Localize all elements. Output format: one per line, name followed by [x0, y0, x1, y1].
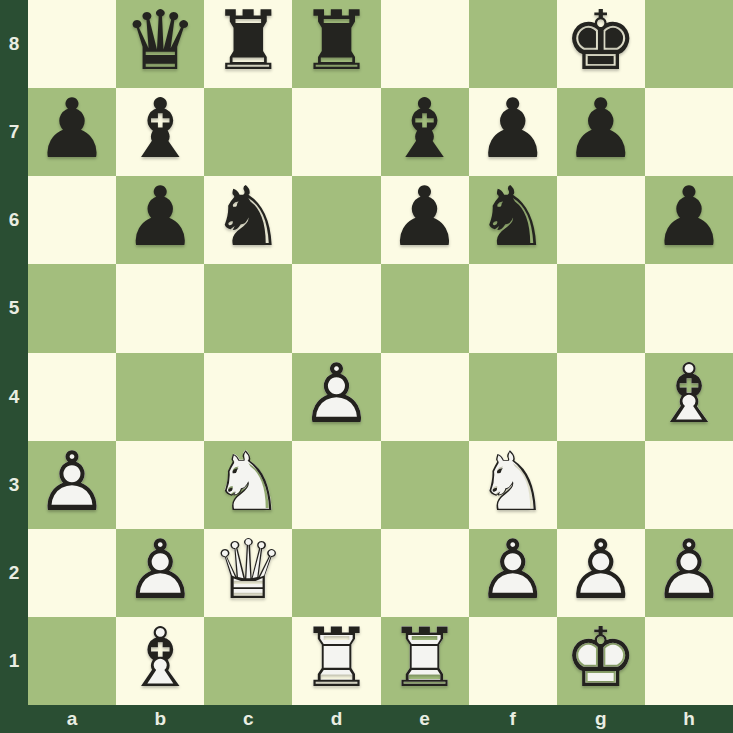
- square-b6[interactable]: ♟: [116, 176, 204, 264]
- black-pawn[interactable]: ♟: [557, 88, 645, 176]
- square-g1[interactable]: ♚♔: [557, 617, 645, 705]
- square-c5[interactable]: [204, 264, 292, 352]
- square-h7[interactable]: [645, 88, 733, 176]
- square-h1[interactable]: [645, 617, 733, 705]
- black-pawn[interactable]: ♟: [116, 176, 204, 264]
- square-b2[interactable]: ♟♙: [116, 529, 204, 617]
- square-c6[interactable]: ♞: [204, 176, 292, 264]
- square-c2[interactable]: ♛♕: [204, 529, 292, 617]
- square-h3[interactable]: [645, 441, 733, 529]
- black-pawn[interactable]: ♟: [381, 176, 469, 264]
- square-b3[interactable]: [116, 441, 204, 529]
- file-label-h: h: [645, 705, 733, 733]
- black-queen-glyph: ♛: [123, 0, 197, 82]
- square-a2[interactable]: [28, 529, 116, 617]
- black-king-glyph: ♚: [564, 0, 638, 82]
- file-label-a: a: [28, 705, 116, 733]
- square-g3[interactable]: [557, 441, 645, 529]
- black-bishop-glyph: ♝: [123, 88, 197, 170]
- black-pawn-glyph: ♟: [652, 176, 726, 258]
- square-g6[interactable]: [557, 176, 645, 264]
- rank-label-2: 2: [0, 529, 28, 617]
- file-label-g: g: [557, 705, 645, 733]
- square-f5[interactable]: [469, 264, 557, 352]
- square-d1[interactable]: ♜♖: [292, 617, 380, 705]
- square-f1[interactable]: [469, 617, 557, 705]
- black-king[interactable]: ♚: [557, 0, 645, 88]
- white-bishop-outline: ♗: [123, 617, 197, 699]
- square-g8[interactable]: ♚: [557, 0, 645, 88]
- square-c8[interactable]: ♜: [204, 0, 292, 88]
- board-corner: [0, 705, 28, 733]
- square-a7[interactable]: ♟: [28, 88, 116, 176]
- white-pawn-outline: ♙: [35, 440, 109, 522]
- square-h5[interactable]: [645, 264, 733, 352]
- square-b7[interactable]: ♝: [116, 88, 204, 176]
- black-queen[interactable]: ♛: [116, 0, 204, 88]
- black-pawn[interactable]: ♟: [469, 88, 557, 176]
- black-bishop[interactable]: ♝: [116, 88, 204, 176]
- white-pawn-outline: ♙: [564, 529, 638, 611]
- rank-label-7: 7: [0, 88, 28, 176]
- square-d5[interactable]: [292, 264, 380, 352]
- rank-label-5: 5: [0, 264, 28, 352]
- white-knight[interactable]: ♞♘: [469, 441, 557, 529]
- file-label-c: c: [204, 705, 292, 733]
- black-pawn-glyph: ♟: [35, 88, 109, 170]
- rank-label-8: 8: [0, 0, 28, 88]
- white-pawn[interactable]: ♟♙: [292, 353, 380, 441]
- black-knight-glyph: ♞: [212, 176, 286, 258]
- square-g2[interactable]: ♟♙: [557, 529, 645, 617]
- white-bishop-outline: ♗: [652, 352, 726, 434]
- white-pawn[interactable]: ♟♙: [645, 529, 733, 617]
- square-e7[interactable]: ♝: [381, 88, 469, 176]
- square-g4[interactable]: [557, 353, 645, 441]
- square-a6[interactable]: [28, 176, 116, 264]
- square-c3[interactable]: ♞♘: [204, 441, 292, 529]
- black-rook[interactable]: ♜: [292, 0, 380, 88]
- black-pawn-glyph: ♟: [388, 176, 462, 258]
- white-pawn-outline: ♙: [476, 529, 550, 611]
- rank-label-1: 1: [0, 617, 28, 705]
- file-label-d: d: [292, 705, 380, 733]
- square-f8[interactable]: [469, 0, 557, 88]
- square-b1[interactable]: ♝♗: [116, 617, 204, 705]
- file-label-f: f: [469, 705, 557, 733]
- white-knight-outline: ♘: [476, 440, 550, 522]
- black-rook-glyph: ♜: [300, 0, 374, 82]
- square-e5[interactable]: [381, 264, 469, 352]
- white-rook-outline: ♖: [388, 617, 462, 699]
- square-h6[interactable]: ♟: [645, 176, 733, 264]
- square-c4[interactable]: [204, 353, 292, 441]
- square-f4[interactable]: [469, 353, 557, 441]
- square-f3[interactable]: ♞♘: [469, 441, 557, 529]
- black-pawn-glyph: ♟: [476, 88, 550, 170]
- black-knight[interactable]: ♞: [204, 176, 292, 264]
- square-h4[interactable]: ♝♗: [645, 353, 733, 441]
- white-pawn-outline: ♙: [652, 529, 726, 611]
- white-pawn-outline: ♙: [123, 529, 197, 611]
- white-pawn[interactable]: ♟♙: [28, 441, 116, 529]
- black-bishop[interactable]: ♝: [381, 88, 469, 176]
- square-d4[interactable]: ♟♙: [292, 353, 380, 441]
- white-queen[interactable]: ♛♕: [204, 529, 292, 617]
- white-bishop[interactable]: ♝♗: [645, 353, 733, 441]
- chess-board: 8♛♜♜♚7♟♝♝♟♟6♟♞♟♞♟54♟♙♝♗3♟♙♞♘♞♘2♟♙♛♕♟♙♟♙♟…: [0, 0, 733, 733]
- square-a3[interactable]: ♟♙: [28, 441, 116, 529]
- square-a5[interactable]: [28, 264, 116, 352]
- white-pawn[interactable]: ♟♙: [116, 529, 204, 617]
- square-h8[interactable]: [645, 0, 733, 88]
- square-b5[interactable]: [116, 264, 204, 352]
- white-rook[interactable]: ♜♖: [381, 617, 469, 705]
- square-e3[interactable]: [381, 441, 469, 529]
- square-f2[interactable]: ♟♙: [469, 529, 557, 617]
- square-b4[interactable]: [116, 353, 204, 441]
- square-a4[interactable]: [28, 353, 116, 441]
- chess-diagram: 8♛♜♜♚7♟♝♝♟♟6♟♞♟♞♟54♟♙♝♗3♟♙♞♘♞♘2♟♙♛♕♟♙♟♙♟…: [0, 0, 733, 733]
- white-rook-outline: ♖: [300, 617, 374, 699]
- black-knight-glyph: ♞: [476, 176, 550, 258]
- black-pawn[interactable]: ♟: [645, 176, 733, 264]
- rank-label-6: 6: [0, 176, 28, 264]
- rank-label-3: 3: [0, 441, 28, 529]
- square-e8[interactable]: [381, 0, 469, 88]
- white-rook[interactable]: ♜♖: [292, 617, 380, 705]
- black-bishop-glyph: ♝: [388, 88, 462, 170]
- file-label-e: e: [381, 705, 469, 733]
- rank-label-4: 4: [0, 353, 28, 441]
- square-d3[interactable]: [292, 441, 380, 529]
- black-pawn-glyph: ♟: [564, 88, 638, 170]
- white-king[interactable]: ♚♔: [557, 617, 645, 705]
- square-d8[interactable]: ♜: [292, 0, 380, 88]
- square-e2[interactable]: [381, 529, 469, 617]
- square-c1[interactable]: [204, 617, 292, 705]
- white-queen-outline: ♕: [212, 529, 286, 611]
- black-pawn[interactable]: ♟: [28, 88, 116, 176]
- square-e4[interactable]: [381, 353, 469, 441]
- square-b8[interactable]: ♛: [116, 0, 204, 88]
- square-d2[interactable]: [292, 529, 380, 617]
- square-d7[interactable]: [292, 88, 380, 176]
- black-knight[interactable]: ♞: [469, 176, 557, 264]
- white-pawn-outline: ♙: [300, 352, 374, 434]
- square-g7[interactable]: ♟: [557, 88, 645, 176]
- square-f6[interactable]: ♞: [469, 176, 557, 264]
- square-a8[interactable]: [28, 0, 116, 88]
- white-pawn[interactable]: ♟♙: [557, 529, 645, 617]
- square-c7[interactable]: [204, 88, 292, 176]
- square-e6[interactable]: ♟: [381, 176, 469, 264]
- white-knight-outline: ♘: [212, 440, 286, 522]
- black-rook-glyph: ♜: [212, 0, 286, 82]
- white-king-outline: ♔: [564, 617, 638, 699]
- square-h2[interactable]: ♟♙: [645, 529, 733, 617]
- file-label-b: b: [116, 705, 204, 733]
- square-g5[interactable]: [557, 264, 645, 352]
- square-f7[interactable]: ♟: [469, 88, 557, 176]
- square-a1[interactable]: [28, 617, 116, 705]
- black-pawn-glyph: ♟: [123, 176, 197, 258]
- white-pawn[interactable]: ♟♙: [469, 529, 557, 617]
- white-knight[interactable]: ♞♘: [204, 441, 292, 529]
- square-d6[interactable]: [292, 176, 380, 264]
- white-bishop[interactable]: ♝♗: [116, 617, 204, 705]
- black-rook[interactable]: ♜: [204, 0, 292, 88]
- square-e1[interactable]: ♜♖: [381, 617, 469, 705]
